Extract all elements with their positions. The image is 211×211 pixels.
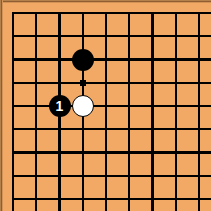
intersection-r7-c9[interactable]: [187, 141, 210, 164]
intersection-r4-c4[interactable]: [71, 71, 94, 94]
intersection-r8-c8[interactable]: [164, 164, 187, 187]
intersection-r4-c6[interactable]: [118, 71, 141, 94]
intersection-r3-c9[interactable]: [187, 48, 210, 71]
intersection-r5-c3[interactable]: 1: [48, 94, 71, 117]
white-stone: [72, 95, 94, 117]
intersection-r5-c8[interactable]: [164, 94, 187, 117]
intersection-r6-c2[interactable]: [25, 118, 48, 141]
intersection-r4-c7[interactable]: [141, 71, 164, 94]
intersection-r6-c4[interactable]: [71, 118, 94, 141]
intersection-r3-c8[interactable]: [164, 48, 187, 71]
intersection-r3-c3[interactable]: [48, 48, 71, 71]
intersection-r8-c1[interactable]: [1, 164, 24, 187]
intersection-r6-c3[interactable]: [48, 118, 71, 141]
intersection-r4-c2[interactable]: [25, 71, 48, 94]
intersection-r3-c1[interactable]: [1, 48, 24, 71]
intersection-r4-c8[interactable]: [164, 71, 187, 94]
intersection-r9-c6[interactable]: [118, 187, 141, 210]
intersection-r6-c5[interactable]: [94, 118, 117, 141]
intersection-r8-c7[interactable]: [141, 164, 164, 187]
intersection-r4-c1[interactable]: [1, 71, 24, 94]
intersection-r8-c3[interactable]: [48, 164, 71, 187]
intersection-r7-c1[interactable]: [1, 141, 24, 164]
intersection-r5-c9[interactable]: [187, 94, 210, 117]
intersection-r6-c8[interactable]: [164, 118, 187, 141]
intersection-r9-c9[interactable]: [187, 187, 210, 210]
intersection-r3-c4[interactable]: [71, 48, 94, 71]
intersection-r6-c7[interactable]: [141, 118, 164, 141]
board-frame-left: [0, 0, 3, 211]
intersection-r1-c2[interactable]: [25, 1, 48, 24]
intersection-r1-c5[interactable]: [94, 1, 117, 24]
intersection-r2-c1[interactable]: [1, 25, 24, 48]
black-stone: [72, 49, 94, 71]
intersection-r1-c9[interactable]: [187, 1, 210, 24]
intersection-r7-c8[interactable]: [164, 141, 187, 164]
intersection-r2-c4[interactable]: [71, 25, 94, 48]
intersection-r7-c7[interactable]: [141, 141, 164, 164]
intersection-r1-c1[interactable]: [1, 1, 24, 24]
intersection-r8-c5[interactable]: [94, 164, 117, 187]
intersection-r3-c6[interactable]: [118, 48, 141, 71]
intersection-r8-c4[interactable]: [71, 164, 94, 187]
intersection-r9-c7[interactable]: [141, 187, 164, 210]
intersection-r2-c5[interactable]: [94, 25, 117, 48]
intersection-r5-c7[interactable]: [141, 94, 164, 117]
intersection-r9-c5[interactable]: [94, 187, 117, 210]
intersection-r8-c9[interactable]: [187, 164, 210, 187]
intersection-r6-c1[interactable]: [1, 118, 24, 141]
board-grid: 1: [1, 1, 210, 210]
board-frame-top: [0, 0, 211, 3]
intersection-r7-c5[interactable]: [94, 141, 117, 164]
intersection-r9-c8[interactable]: [164, 187, 187, 210]
intersection-r8-c2[interactable]: [25, 164, 48, 187]
intersection-r2-c9[interactable]: [187, 25, 210, 48]
intersection-r5-c2[interactable]: [25, 94, 48, 117]
intersection-r7-c4[interactable]: [71, 141, 94, 164]
move-number-label: 1: [56, 99, 64, 113]
intersection-r9-c2[interactable]: [25, 187, 48, 210]
intersection-r8-c6[interactable]: [118, 164, 141, 187]
intersection-r9-c4[interactable]: [71, 187, 94, 210]
star-point-marker: [80, 80, 86, 86]
intersection-r7-c3[interactable]: [48, 141, 71, 164]
intersection-r5-c6[interactable]: [118, 94, 141, 117]
intersection-r4-c9[interactable]: [187, 71, 210, 94]
intersection-r7-c6[interactable]: [118, 141, 141, 164]
intersection-r2-c8[interactable]: [164, 25, 187, 48]
intersection-r2-c7[interactable]: [141, 25, 164, 48]
intersection-r3-c7[interactable]: [141, 48, 164, 71]
intersection-r1-c7[interactable]: [141, 1, 164, 24]
intersection-r6-c9[interactable]: [187, 118, 210, 141]
black-stone-move-1: 1: [49, 95, 71, 117]
intersection-r1-c8[interactable]: [164, 1, 187, 24]
intersection-r4-c3[interactable]: [48, 71, 71, 94]
go-board: 1: [0, 0, 211, 211]
intersection-r7-c2[interactable]: [25, 141, 48, 164]
intersection-r1-c3[interactable]: [48, 1, 71, 24]
intersection-r2-c2[interactable]: [25, 25, 48, 48]
intersection-r5-c4[interactable]: [71, 94, 94, 117]
intersection-r5-c5[interactable]: [94, 94, 117, 117]
intersection-r9-c3[interactable]: [48, 187, 71, 210]
intersection-r2-c6[interactable]: [118, 25, 141, 48]
intersection-r6-c6[interactable]: [118, 118, 141, 141]
intersection-r4-c5[interactable]: [94, 71, 117, 94]
intersection-r2-c3[interactable]: [48, 25, 71, 48]
intersection-r3-c2[interactable]: [25, 48, 48, 71]
intersection-r1-c6[interactable]: [118, 1, 141, 24]
intersection-r1-c4[interactable]: [71, 1, 94, 24]
intersection-r5-c1[interactable]: [1, 94, 24, 117]
intersection-r3-c5[interactable]: [94, 48, 117, 71]
intersection-r9-c1[interactable]: [1, 187, 24, 210]
